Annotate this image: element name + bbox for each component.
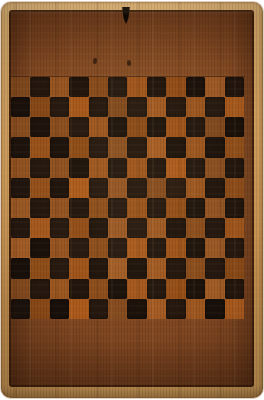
board-square[interactable] <box>108 258 127 278</box>
board-square[interactable] <box>225 178 244 198</box>
board-square[interactable] <box>50 97 69 117</box>
board-square[interactable] <box>11 158 30 178</box>
board-square[interactable] <box>225 137 244 157</box>
board-square[interactable] <box>147 97 166 117</box>
board-square[interactable] <box>108 158 127 178</box>
board-square[interactable] <box>225 218 244 238</box>
board-square[interactable] <box>89 178 108 198</box>
board-square[interactable] <box>205 218 224 238</box>
board-square[interactable] <box>225 279 244 299</box>
board-square[interactable] <box>147 77 166 97</box>
board-square[interactable] <box>30 258 49 278</box>
board-square[interactable] <box>127 299 146 319</box>
board-square[interactable] <box>166 97 185 117</box>
board-square[interactable] <box>108 77 127 97</box>
board-square[interactable] <box>108 117 127 137</box>
board-square[interactable] <box>30 137 49 157</box>
board-square[interactable] <box>186 279 205 299</box>
board-square[interactable] <box>11 299 30 319</box>
board-square[interactable] <box>69 178 88 198</box>
board-square[interactable] <box>225 299 244 319</box>
board-square[interactable] <box>225 198 244 218</box>
board-square[interactable] <box>127 97 146 117</box>
board-square[interactable] <box>166 238 185 258</box>
board-square[interactable] <box>11 218 30 238</box>
board-square[interactable] <box>166 299 185 319</box>
board-square[interactable] <box>50 279 69 299</box>
board-square[interactable] <box>30 77 49 97</box>
board-square[interactable] <box>50 158 69 178</box>
board-square[interactable] <box>50 77 69 97</box>
board-square[interactable] <box>205 238 224 258</box>
board-square[interactable] <box>69 258 88 278</box>
board-square[interactable] <box>69 77 88 97</box>
board-square[interactable] <box>30 117 49 137</box>
board-square[interactable] <box>225 158 244 178</box>
board-square[interactable] <box>166 137 185 157</box>
board-square[interactable] <box>147 238 166 258</box>
board-square[interactable] <box>89 198 108 218</box>
board-square[interactable] <box>89 97 108 117</box>
board-square[interactable] <box>127 77 146 97</box>
board-square[interactable] <box>205 258 224 278</box>
board-square[interactable] <box>30 178 49 198</box>
board-square[interactable] <box>127 178 146 198</box>
board-square[interactable] <box>89 117 108 137</box>
board-square[interactable] <box>205 299 224 319</box>
game-board <box>1 2 263 398</box>
board-square[interactable] <box>147 258 166 278</box>
board-square[interactable] <box>11 198 30 218</box>
board-square[interactable] <box>11 97 30 117</box>
board-square[interactable] <box>186 198 205 218</box>
board-square[interactable] <box>186 137 205 157</box>
board-square[interactable] <box>186 77 205 97</box>
board-square[interactable] <box>89 137 108 157</box>
board-square[interactable] <box>127 218 146 238</box>
board-square[interactable] <box>50 178 69 198</box>
board-square[interactable] <box>127 258 146 278</box>
board-square[interactable] <box>50 258 69 278</box>
board-square[interactable] <box>127 137 146 157</box>
board-square[interactable] <box>11 258 30 278</box>
board-square[interactable] <box>205 198 224 218</box>
board-square[interactable] <box>89 77 108 97</box>
board-square[interactable] <box>89 299 108 319</box>
board-square[interactable] <box>127 158 146 178</box>
board-square[interactable] <box>166 178 185 198</box>
board-square[interactable] <box>225 77 244 97</box>
board-square[interactable] <box>30 97 49 117</box>
board-square[interactable] <box>225 97 244 117</box>
board-square[interactable] <box>11 178 30 198</box>
board-square[interactable] <box>108 97 127 117</box>
board-square[interactable] <box>69 218 88 238</box>
board-square[interactable] <box>69 299 88 319</box>
board-square[interactable] <box>166 198 185 218</box>
board-square[interactable] <box>166 279 185 299</box>
board-square[interactable] <box>30 218 49 238</box>
board-square[interactable] <box>89 238 108 258</box>
board-square[interactable] <box>30 299 49 319</box>
board-square[interactable] <box>108 279 127 299</box>
board-square[interactable] <box>205 97 224 117</box>
board-square[interactable] <box>147 218 166 238</box>
board-square[interactable] <box>186 178 205 198</box>
board-square[interactable] <box>50 218 69 238</box>
board-square[interactable] <box>50 299 69 319</box>
board-square[interactable] <box>147 198 166 218</box>
board-square[interactable] <box>186 117 205 137</box>
board-square[interactable] <box>225 117 244 137</box>
board-square[interactable] <box>89 158 108 178</box>
board-square[interactable] <box>69 238 88 258</box>
board-square[interactable] <box>89 258 108 278</box>
board-square[interactable] <box>11 279 30 299</box>
board-square[interactable] <box>205 137 224 157</box>
board-square[interactable] <box>108 178 127 198</box>
board-square[interactable] <box>69 97 88 117</box>
board-square[interactable] <box>108 137 127 157</box>
board-square[interactable] <box>50 198 69 218</box>
board-square[interactable] <box>205 178 224 198</box>
board-square[interactable] <box>11 238 30 258</box>
board-square[interactable] <box>147 117 166 137</box>
board-square[interactable] <box>127 238 146 258</box>
board-square[interactable] <box>127 279 146 299</box>
board-square[interactable] <box>147 178 166 198</box>
board-square[interactable] <box>89 279 108 299</box>
board-square[interactable] <box>11 77 30 97</box>
board-square[interactable] <box>11 137 30 157</box>
board-square[interactable] <box>50 238 69 258</box>
board-square[interactable] <box>30 238 49 258</box>
board-square[interactable] <box>108 238 127 258</box>
board-square[interactable] <box>147 137 166 157</box>
board-square[interactable] <box>69 117 88 137</box>
board-square[interactable] <box>166 158 185 178</box>
board-square[interactable] <box>205 77 224 97</box>
board-square[interactable] <box>186 158 205 178</box>
board-square[interactable] <box>205 158 224 178</box>
checkerboard-grid <box>11 77 244 319</box>
board-square[interactable] <box>108 198 127 218</box>
board-square[interactable] <box>30 158 49 178</box>
board-square[interactable] <box>50 117 69 137</box>
board-square[interactable] <box>69 158 88 178</box>
board-square[interactable] <box>127 198 146 218</box>
board-square[interactable] <box>147 299 166 319</box>
board-square[interactable] <box>108 218 127 238</box>
board-square[interactable] <box>30 279 49 299</box>
board-square[interactable] <box>147 279 166 299</box>
board-square[interactable] <box>11 117 30 137</box>
board-square[interactable] <box>108 299 127 319</box>
board-square[interactable] <box>205 117 224 137</box>
board-square[interactable] <box>69 137 88 157</box>
board-square[interactable] <box>186 238 205 258</box>
board-square[interactable] <box>186 299 205 319</box>
board-square[interactable] <box>69 279 88 299</box>
board-square[interactable] <box>166 117 185 137</box>
board-square[interactable] <box>205 279 224 299</box>
board-photo <box>0 0 264 400</box>
board-square[interactable] <box>50 137 69 157</box>
board-square[interactable] <box>166 258 185 278</box>
board-square[interactable] <box>186 218 205 238</box>
board-square[interactable] <box>166 218 185 238</box>
board-square[interactable] <box>186 97 205 117</box>
board-square[interactable] <box>225 258 244 278</box>
board-square[interactable] <box>225 238 244 258</box>
board-square[interactable] <box>89 218 108 238</box>
board-square[interactable] <box>166 77 185 97</box>
board-square[interactable] <box>127 117 146 137</box>
board-square[interactable] <box>69 198 88 218</box>
board-square[interactable] <box>147 158 166 178</box>
board-square[interactable] <box>186 258 205 278</box>
board-square[interactable] <box>30 198 49 218</box>
